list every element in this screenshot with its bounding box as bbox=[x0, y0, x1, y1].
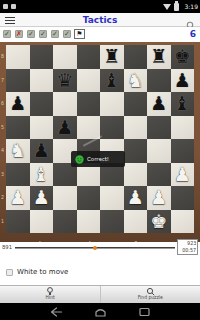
toast-text: Correct! bbox=[87, 156, 109, 162]
feedback-toast: Correct! bbox=[71, 151, 125, 167]
turn-indicator-row: White to move bbox=[0, 266, 200, 278]
hint-label: Hint bbox=[45, 296, 54, 299]
square-a3[interactable] bbox=[6, 163, 30, 187]
square-b6[interactable] bbox=[30, 92, 54, 116]
white-pawn-g2[interactable]: ♟ bbox=[150, 188, 167, 207]
square-h8[interactable]: ♚ bbox=[171, 45, 195, 69]
square-e7[interactable]: ♝ bbox=[100, 69, 124, 93]
results-bar: ✓✗✓✓✓✓ ⚑ 6 bbox=[0, 27, 200, 42]
black-bishop-h6[interactable]: ♝ bbox=[174, 94, 191, 113]
square-h2[interactable] bbox=[171, 186, 195, 210]
find-puzzle-label: Find puzzle bbox=[138, 296, 163, 299]
rank-label-5: 5 bbox=[2, 125, 5, 130]
square-b8[interactable] bbox=[30, 45, 54, 69]
white-pawn-b2[interactable]: ♟ bbox=[33, 188, 50, 207]
user-rating: 891 bbox=[2, 245, 12, 251]
white-knight-a4[interactable]: ♞ bbox=[9, 141, 26, 160]
square-a4[interactable]: ♞ bbox=[6, 139, 30, 163]
hint-button[interactable]: Hint bbox=[0, 286, 100, 303]
square-c5[interactable]: ♟ bbox=[53, 116, 77, 140]
puzzle-count: 6 bbox=[190, 29, 196, 39]
recents-icon[interactable] bbox=[138, 307, 151, 317]
page-title: Tactics bbox=[0, 15, 200, 25]
square-b4[interactable]: ♟ bbox=[30, 139, 54, 163]
square-g2[interactable]: ♟ bbox=[147, 186, 171, 210]
rank-label-7: 7 bbox=[2, 78, 5, 83]
black-queen-c7[interactable]: ♛ bbox=[56, 71, 73, 90]
white-pawn-a2[interactable]: ♟ bbox=[9, 188, 26, 207]
square-e1[interactable] bbox=[100, 210, 124, 234]
square-e6[interactable] bbox=[100, 92, 124, 116]
bottom-toolbar: Hint Find puzzle bbox=[0, 285, 200, 303]
square-c1[interactable] bbox=[53, 210, 77, 234]
rank-label-3: 3 bbox=[2, 172, 5, 177]
square-g8[interactable]: ♜ bbox=[147, 45, 171, 69]
app-bar: Tactics bbox=[0, 13, 200, 27]
result-correct-icon: ✓ bbox=[3, 30, 11, 38]
square-e2[interactable] bbox=[100, 186, 124, 210]
current-puzzle-flag[interactable]: ⚑ bbox=[74, 29, 85, 39]
square-g1[interactable]: ♚ bbox=[147, 210, 171, 234]
android-status-bar: 3:19 bbox=[0, 0, 200, 13]
result-wrong-icon: ✗ bbox=[15, 30, 23, 38]
black-pawn-h7[interactable]: ♟ bbox=[174, 71, 191, 90]
square-b5[interactable] bbox=[30, 116, 54, 140]
square-a7[interactable] bbox=[6, 69, 30, 93]
square-c7[interactable]: ♛ bbox=[53, 69, 77, 93]
puzzle-timer: 00:57 bbox=[182, 248, 196, 252]
square-g3[interactable] bbox=[147, 163, 171, 187]
black-pawn-a6[interactable]: ♟ bbox=[9, 94, 26, 113]
black-rook-g8[interactable]: ♜ bbox=[150, 47, 167, 66]
square-g6[interactable]: ♟ bbox=[147, 92, 171, 116]
black-pawn-b4[interactable]: ♟ bbox=[33, 141, 50, 160]
square-c8[interactable] bbox=[53, 45, 77, 69]
black-king-h8[interactable]: ♚ bbox=[174, 47, 191, 66]
square-h7[interactable]: ♟ bbox=[171, 69, 195, 93]
square-h4[interactable] bbox=[171, 139, 195, 163]
square-a5[interactable] bbox=[6, 116, 30, 140]
white-bishop-b3[interactable]: ♝ bbox=[33, 165, 50, 184]
black-bishop-e7[interactable]: ♝ bbox=[103, 71, 120, 90]
square-a1[interactable] bbox=[6, 210, 30, 234]
white-king-g1[interactable]: ♚ bbox=[150, 212, 167, 231]
square-h6[interactable]: ♝ bbox=[171, 92, 195, 116]
android-nav-bar bbox=[0, 303, 200, 320]
square-b7[interactable] bbox=[30, 69, 54, 93]
square-g7[interactable] bbox=[147, 69, 171, 93]
black-pawn-g6[interactable]: ♟ bbox=[150, 94, 167, 113]
square-f3[interactable] bbox=[124, 163, 148, 187]
back-icon[interactable] bbox=[50, 307, 63, 317]
battery-icon bbox=[174, 3, 179, 11]
square-d2[interactable] bbox=[77, 186, 101, 210]
puzzle-rating: 923 bbox=[187, 241, 196, 245]
square-e5[interactable] bbox=[100, 116, 124, 140]
square-b2[interactable]: ♟ bbox=[30, 186, 54, 210]
rating-slider[interactable] bbox=[15, 247, 175, 249]
home-icon[interactable] bbox=[94, 307, 107, 317]
square-f4[interactable] bbox=[124, 139, 148, 163]
white-knight-f7[interactable]: ♞ bbox=[127, 71, 144, 90]
square-f7[interactable]: ♞ bbox=[124, 69, 148, 93]
puzzle-results: ✓✗✓✓✓✓ bbox=[3, 30, 71, 38]
square-a8[interactable] bbox=[6, 45, 30, 69]
notification-icon bbox=[11, 4, 16, 9]
screen: 3:19 Tactics ✓✗✓✓✓✓ ⚑ 6 87654321 ♜♜♚♛♝♞♟… bbox=[0, 0, 200, 320]
rating-slider-marker[interactable] bbox=[93, 246, 97, 250]
square-a2[interactable]: ♟ bbox=[6, 186, 30, 210]
chess-board-frame: 87654321 ♜♜♚♛♝♞♟♟♟♝♟♞♟♝♟♟♟♟♟♚ abcdefgh bbox=[0, 42, 200, 242]
smiley-icon bbox=[75, 155, 84, 164]
black-rook-e8[interactable]: ♜ bbox=[103, 47, 120, 66]
rank-label-2: 2 bbox=[2, 195, 5, 200]
square-f8[interactable] bbox=[124, 45, 148, 69]
square-d7[interactable] bbox=[77, 69, 101, 93]
result-correct-icon: ✓ bbox=[63, 30, 71, 38]
square-h1[interactable] bbox=[171, 210, 195, 234]
square-b3[interactable]: ♝ bbox=[30, 163, 54, 187]
clock-text: 3:19 bbox=[185, 3, 198, 11]
find-puzzle-button[interactable]: Find puzzle bbox=[100, 286, 200, 303]
puzzle-rating-box: 923 00:57 bbox=[177, 239, 198, 255]
square-f5[interactable] bbox=[124, 116, 148, 140]
rank-label-1: 1 bbox=[2, 219, 5, 224]
white-side-icon bbox=[6, 269, 13, 276]
square-d8[interactable] bbox=[77, 45, 101, 69]
square-a6[interactable]: ♟ bbox=[6, 92, 30, 116]
square-e8[interactable]: ♜ bbox=[100, 45, 124, 69]
file-labels: abcdefgh bbox=[6, 233, 194, 242]
white-pawn-f2[interactable]: ♟ bbox=[127, 188, 144, 207]
notification-icon bbox=[3, 4, 8, 9]
square-b1[interactable] bbox=[30, 210, 54, 234]
square-h5[interactable] bbox=[171, 116, 195, 140]
square-d5[interactable] bbox=[77, 116, 101, 140]
square-c2[interactable] bbox=[53, 186, 77, 210]
square-f1[interactable] bbox=[124, 210, 148, 234]
result-correct-icon: ✓ bbox=[27, 30, 35, 38]
square-g5[interactable] bbox=[147, 116, 171, 140]
square-c6[interactable] bbox=[53, 92, 77, 116]
rank-label-4: 4 bbox=[2, 148, 5, 153]
rank-label-6: 6 bbox=[2, 101, 5, 106]
square-d1[interactable] bbox=[77, 210, 101, 234]
square-g4[interactable] bbox=[147, 139, 171, 163]
black-pawn-c5[interactable]: ♟ bbox=[56, 118, 73, 137]
white-pawn-h3[interactable]: ♟ bbox=[174, 165, 191, 184]
square-d6[interactable] bbox=[77, 92, 101, 116]
wifi-icon bbox=[163, 4, 171, 10]
square-f6[interactable] bbox=[124, 92, 148, 116]
result-correct-icon: ✓ bbox=[51, 30, 59, 38]
rank-label-8: 8 bbox=[2, 54, 5, 59]
square-f2[interactable]: ♟ bbox=[124, 186, 148, 210]
chess-board[interactable]: ♜♜♚♛♝♞♟♟♟♝♟♞♟♝♟♟♟♟♟♚ bbox=[6, 45, 194, 233]
rating-row: 891 923 00:57 bbox=[0, 242, 200, 260]
square-h3[interactable]: ♟ bbox=[171, 163, 195, 187]
result-correct-icon: ✓ bbox=[39, 30, 47, 38]
turn-text: White to move bbox=[17, 268, 68, 276]
